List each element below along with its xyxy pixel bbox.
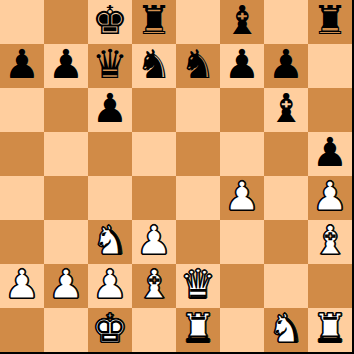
square-e2[interactable]: ♛ <box>176 264 220 308</box>
piece-black-pawn[interactable]: ♟ <box>224 44 260 86</box>
piece-white-king[interactable]: ♚ <box>92 308 128 350</box>
square-d8[interactable]: ♜ <box>132 0 176 44</box>
piece-white-knight[interactable]: ♞ <box>92 220 128 262</box>
square-g2[interactable] <box>264 264 308 308</box>
square-g4[interactable] <box>264 176 308 220</box>
square-g8[interactable] <box>264 0 308 44</box>
piece-black-pawn[interactable]: ♟ <box>4 44 40 86</box>
chess-app-window: ♚♜♝♜♟♟♛♞♞♟♟♟♝♟♟♟♞♟♝♟♟♟♝♛♚♜♞♜ <box>0 0 354 354</box>
square-d7[interactable]: ♞ <box>132 44 176 88</box>
piece-black-pawn[interactable]: ♟ <box>312 132 348 174</box>
square-h6[interactable] <box>308 88 352 132</box>
piece-white-bishop[interactable]: ♝ <box>312 220 348 262</box>
piece-black-knight[interactable]: ♞ <box>136 44 172 86</box>
piece-white-bishop[interactable]: ♝ <box>136 264 172 306</box>
square-a4[interactable] <box>0 176 44 220</box>
square-d1[interactable] <box>132 308 176 352</box>
square-a5[interactable] <box>0 132 44 176</box>
square-b4[interactable] <box>44 176 88 220</box>
piece-black-bishop[interactable]: ♝ <box>268 88 304 130</box>
square-e6[interactable] <box>176 88 220 132</box>
square-g1[interactable]: ♞ <box>264 308 308 352</box>
square-f6[interactable] <box>220 88 264 132</box>
square-b6[interactable] <box>44 88 88 132</box>
square-f1[interactable] <box>220 308 264 352</box>
square-c6[interactable]: ♟ <box>88 88 132 132</box>
square-d2[interactable]: ♝ <box>132 264 176 308</box>
square-c1[interactable]: ♚ <box>88 308 132 352</box>
chess-board: ♚♜♝♜♟♟♛♞♞♟♟♟♝♟♟♟♞♟♝♟♟♟♝♛♚♜♞♜ <box>0 0 354 354</box>
square-a2[interactable]: ♟ <box>0 264 44 308</box>
square-e7[interactable]: ♞ <box>176 44 220 88</box>
square-e8[interactable] <box>176 0 220 44</box>
square-h8[interactable]: ♜ <box>308 0 352 44</box>
square-a1[interactable] <box>0 308 44 352</box>
piece-black-queen[interactable]: ♛ <box>92 44 128 86</box>
piece-white-rook[interactable]: ♜ <box>180 308 216 350</box>
square-h4[interactable]: ♟ <box>308 176 352 220</box>
square-h7[interactable] <box>308 44 352 88</box>
square-f8[interactable]: ♝ <box>220 0 264 44</box>
piece-white-pawn[interactable]: ♟ <box>312 176 348 218</box>
piece-black-king[interactable]: ♚ <box>92 0 128 42</box>
square-c7[interactable]: ♛ <box>88 44 132 88</box>
square-g3[interactable] <box>264 220 308 264</box>
square-d4[interactable] <box>132 176 176 220</box>
square-b1[interactable] <box>44 308 88 352</box>
square-c3[interactable]: ♞ <box>88 220 132 264</box>
square-d6[interactable] <box>132 88 176 132</box>
piece-white-pawn[interactable]: ♟ <box>48 264 84 306</box>
square-f5[interactable] <box>220 132 264 176</box>
piece-white-pawn[interactable]: ♟ <box>224 176 260 218</box>
square-c2[interactable]: ♟ <box>88 264 132 308</box>
piece-white-rook[interactable]: ♜ <box>312 308 348 350</box>
square-a3[interactable] <box>0 220 44 264</box>
piece-white-pawn[interactable]: ♟ <box>136 220 172 262</box>
square-a6[interactable] <box>0 88 44 132</box>
square-g7[interactable]: ♟ <box>264 44 308 88</box>
square-a8[interactable] <box>0 0 44 44</box>
square-d3[interactable]: ♟ <box>132 220 176 264</box>
square-b5[interactable] <box>44 132 88 176</box>
piece-white-pawn[interactable]: ♟ <box>92 264 128 306</box>
piece-black-pawn[interactable]: ♟ <box>92 88 128 130</box>
square-f3[interactable] <box>220 220 264 264</box>
square-a7[interactable]: ♟ <box>0 44 44 88</box>
square-f7[interactable]: ♟ <box>220 44 264 88</box>
square-e3[interactable] <box>176 220 220 264</box>
piece-white-knight[interactable]: ♞ <box>268 308 304 350</box>
piece-black-rook[interactable]: ♜ <box>136 0 172 42</box>
square-b7[interactable]: ♟ <box>44 44 88 88</box>
square-e4[interactable] <box>176 176 220 220</box>
square-d5[interactable] <box>132 132 176 176</box>
piece-black-rook[interactable]: ♜ <box>312 0 348 42</box>
piece-black-knight[interactable]: ♞ <box>180 44 216 86</box>
square-e5[interactable] <box>176 132 220 176</box>
square-h3[interactable]: ♝ <box>308 220 352 264</box>
square-c4[interactable] <box>88 176 132 220</box>
square-f2[interactable] <box>220 264 264 308</box>
square-b3[interactable] <box>44 220 88 264</box>
piece-white-queen[interactable]: ♛ <box>180 264 216 306</box>
square-b8[interactable] <box>44 0 88 44</box>
square-h5[interactable]: ♟ <box>308 132 352 176</box>
square-e1[interactable]: ♜ <box>176 308 220 352</box>
piece-black-pawn[interactable]: ♟ <box>48 44 84 86</box>
square-g6[interactable]: ♝ <box>264 88 308 132</box>
square-f4[interactable]: ♟ <box>220 176 264 220</box>
square-g5[interactable] <box>264 132 308 176</box>
square-c8[interactable]: ♚ <box>88 0 132 44</box>
piece-white-pawn[interactable]: ♟ <box>4 264 40 306</box>
square-b2[interactable]: ♟ <box>44 264 88 308</box>
square-c5[interactable] <box>88 132 132 176</box>
piece-black-bishop[interactable]: ♝ <box>224 0 260 42</box>
square-h2[interactable] <box>308 264 352 308</box>
piece-black-pawn[interactable]: ♟ <box>268 44 304 86</box>
square-h1[interactable]: ♜ <box>308 308 352 352</box>
